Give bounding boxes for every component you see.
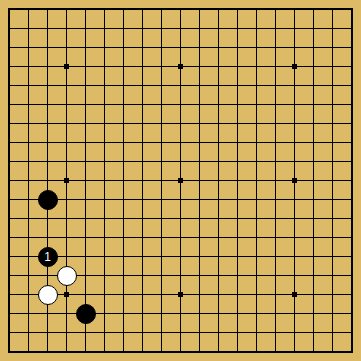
board-intersection[interactable]	[76, 95, 95, 114]
board-intersection[interactable]	[57, 0, 76, 19]
board-intersection[interactable]	[228, 285, 247, 304]
board-intersection[interactable]	[304, 342, 323, 361]
board-intersection[interactable]	[285, 38, 304, 57]
board-intersection[interactable]	[304, 76, 323, 95]
board-intersection[interactable]	[304, 323, 323, 342]
board-intersection[interactable]	[152, 247, 171, 266]
board-intersection[interactable]	[76, 152, 95, 171]
board-intersection[interactable]	[95, 38, 114, 57]
board-intersection[interactable]	[342, 285, 361, 304]
board-intersection[interactable]	[0, 76, 19, 95]
board-intersection[interactable]	[247, 76, 266, 95]
board-intersection[interactable]	[95, 76, 114, 95]
board-intersection[interactable]	[95, 342, 114, 361]
board-intersection[interactable]	[171, 342, 190, 361]
board-intersection[interactable]	[285, 0, 304, 19]
board-intersection[interactable]	[133, 95, 152, 114]
board-intersection[interactable]	[114, 190, 133, 209]
board-intersection[interactable]	[152, 133, 171, 152]
board-intersection[interactable]	[95, 19, 114, 38]
board-intersection[interactable]	[152, 95, 171, 114]
board-intersection[interactable]	[247, 152, 266, 171]
board-intersection[interactable]	[152, 57, 171, 76]
board-intersection[interactable]	[114, 95, 133, 114]
board-intersection[interactable]	[266, 0, 285, 19]
board-intersection[interactable]	[38, 114, 57, 133]
board-intersection[interactable]	[114, 285, 133, 304]
board-intersection[interactable]	[171, 19, 190, 38]
board-intersection[interactable]	[190, 323, 209, 342]
board-intersection[interactable]	[152, 228, 171, 247]
board-intersection[interactable]	[38, 304, 57, 323]
board-intersection[interactable]	[19, 228, 38, 247]
board-intersection[interactable]	[57, 95, 76, 114]
board-intersection[interactable]	[266, 76, 285, 95]
board-intersection[interactable]	[0, 0, 19, 19]
board-intersection[interactable]	[285, 266, 304, 285]
board-intersection[interactable]	[76, 171, 95, 190]
board-intersection[interactable]	[342, 266, 361, 285]
board-intersection[interactable]	[266, 152, 285, 171]
board-intersection[interactable]	[133, 38, 152, 57]
board-intersection[interactable]	[342, 247, 361, 266]
board-intersection[interactable]	[247, 228, 266, 247]
board-intersection[interactable]	[114, 247, 133, 266]
board-intersection[interactable]	[190, 0, 209, 19]
board-intersection[interactable]	[19, 285, 38, 304]
board-intersection[interactable]	[304, 304, 323, 323]
board-intersection[interactable]	[342, 152, 361, 171]
board-intersection[interactable]	[171, 152, 190, 171]
board-intersection[interactable]	[95, 152, 114, 171]
board-intersection[interactable]	[76, 228, 95, 247]
board-intersection[interactable]	[0, 171, 19, 190]
board-intersection[interactable]	[285, 114, 304, 133]
board-intersection[interactable]	[228, 323, 247, 342]
board-intersection[interactable]	[266, 323, 285, 342]
board-intersection[interactable]	[209, 247, 228, 266]
board-intersection[interactable]	[152, 0, 171, 19]
board-intersection[interactable]	[228, 228, 247, 247]
board-intersection[interactable]	[57, 76, 76, 95]
board-intersection[interactable]	[133, 0, 152, 19]
board-intersection[interactable]	[19, 57, 38, 76]
board-intersection[interactable]	[19, 209, 38, 228]
board-intersection[interactable]	[0, 57, 19, 76]
board-intersection[interactable]	[152, 342, 171, 361]
board-intersection[interactable]	[171, 304, 190, 323]
board-intersection[interactable]	[152, 38, 171, 57]
board-intersection[interactable]	[76, 323, 95, 342]
board-intersection[interactable]	[247, 19, 266, 38]
board-intersection[interactable]	[190, 76, 209, 95]
board-intersection[interactable]	[19, 152, 38, 171]
board-intersection[interactable]	[285, 133, 304, 152]
board-intersection[interactable]	[209, 133, 228, 152]
board-intersection[interactable]	[247, 38, 266, 57]
board-intersection[interactable]	[57, 247, 76, 266]
board-intersection[interactable]	[114, 19, 133, 38]
board-intersection[interactable]	[76, 266, 95, 285]
board-intersection[interactable]	[266, 95, 285, 114]
board-intersection[interactable]	[323, 209, 342, 228]
board-intersection[interactable]	[323, 0, 342, 19]
board-intersection[interactable]	[266, 133, 285, 152]
board-intersection[interactable]	[285, 19, 304, 38]
board-intersection[interactable]	[133, 209, 152, 228]
board-intersection[interactable]	[209, 114, 228, 133]
board-intersection[interactable]	[323, 114, 342, 133]
board-intersection[interactable]	[247, 323, 266, 342]
board-intersection[interactable]	[228, 247, 247, 266]
board-intersection[interactable]	[190, 133, 209, 152]
board-intersection[interactable]	[76, 114, 95, 133]
board-intersection[interactable]	[228, 76, 247, 95]
board-intersection[interactable]	[133, 323, 152, 342]
board-intersection[interactable]	[0, 114, 19, 133]
board-intersection[interactable]	[76, 0, 95, 19]
board-intersection[interactable]	[228, 209, 247, 228]
board-intersection[interactable]	[342, 323, 361, 342]
board-intersection[interactable]	[285, 228, 304, 247]
board-intersection[interactable]	[304, 57, 323, 76]
board-intersection[interactable]	[190, 19, 209, 38]
board-intersection[interactable]	[152, 209, 171, 228]
board-intersection[interactable]	[323, 285, 342, 304]
board-intersection[interactable]	[209, 19, 228, 38]
board-intersection[interactable]	[114, 304, 133, 323]
board-intersection[interactable]	[209, 171, 228, 190]
board-intersection[interactable]	[228, 38, 247, 57]
board-intersection[interactable]	[114, 0, 133, 19]
board-intersection[interactable]	[76, 133, 95, 152]
board-intersection[interactable]	[38, 342, 57, 361]
board-intersection[interactable]	[76, 76, 95, 95]
board-intersection[interactable]	[76, 38, 95, 57]
board-intersection[interactable]	[19, 190, 38, 209]
board-intersection[interactable]	[171, 76, 190, 95]
board-intersection[interactable]	[38, 38, 57, 57]
board-intersection[interactable]	[38, 19, 57, 38]
board-intersection[interactable]	[114, 114, 133, 133]
board-intersection[interactable]	[247, 209, 266, 228]
board-intersection[interactable]	[304, 190, 323, 209]
board-intersection[interactable]	[95, 323, 114, 342]
board-intersection[interactable]	[209, 304, 228, 323]
board-intersection[interactable]	[228, 0, 247, 19]
board-intersection[interactable]	[266, 57, 285, 76]
board-intersection[interactable]	[171, 323, 190, 342]
board-intersection[interactable]	[57, 342, 76, 361]
board-intersection[interactable]	[95, 209, 114, 228]
board-intersection[interactable]	[190, 38, 209, 57]
board-intersection[interactable]	[323, 171, 342, 190]
board-intersection[interactable]	[95, 171, 114, 190]
board-intersection[interactable]	[57, 133, 76, 152]
board-intersection[interactable]	[38, 133, 57, 152]
board-intersection[interactable]	[0, 285, 19, 304]
board-intersection[interactable]	[190, 95, 209, 114]
board-intersection[interactable]	[304, 209, 323, 228]
board-intersection[interactable]	[76, 57, 95, 76]
board-intersection[interactable]	[57, 38, 76, 57]
board-intersection[interactable]	[228, 133, 247, 152]
board-intersection[interactable]	[19, 19, 38, 38]
board-intersection[interactable]	[323, 190, 342, 209]
board-intersection[interactable]	[323, 57, 342, 76]
board-intersection[interactable]	[209, 0, 228, 19]
board-intersection[interactable]	[114, 171, 133, 190]
board-intersection[interactable]	[304, 0, 323, 19]
board-intersection[interactable]	[266, 304, 285, 323]
board-intersection[interactable]	[38, 0, 57, 19]
board-intersection[interactable]	[114, 342, 133, 361]
board-intersection[interactable]	[171, 114, 190, 133]
board-intersection[interactable]	[190, 228, 209, 247]
board-intersection[interactable]	[76, 285, 95, 304]
board-intersection[interactable]	[304, 38, 323, 57]
board-intersection[interactable]	[152, 323, 171, 342]
board-intersection[interactable]	[247, 190, 266, 209]
board-intersection[interactable]	[266, 19, 285, 38]
board-intersection[interactable]	[57, 19, 76, 38]
board-intersection[interactable]	[57, 323, 76, 342]
board-intersection[interactable]	[95, 114, 114, 133]
board-intersection[interactable]	[304, 114, 323, 133]
board-intersection[interactable]	[342, 209, 361, 228]
board-intersection[interactable]	[266, 38, 285, 57]
board-intersection[interactable]	[342, 228, 361, 247]
board-intersection[interactable]	[247, 266, 266, 285]
board-intersection[interactable]	[209, 285, 228, 304]
board-intersection[interactable]	[209, 76, 228, 95]
board-intersection[interactable]	[228, 19, 247, 38]
board-intersection[interactable]	[19, 133, 38, 152]
board-intersection[interactable]	[266, 171, 285, 190]
board-intersection[interactable]	[171, 38, 190, 57]
board-intersection[interactable]	[304, 266, 323, 285]
board-intersection[interactable]	[266, 342, 285, 361]
board-intersection[interactable]	[114, 76, 133, 95]
board-intersection[interactable]	[190, 247, 209, 266]
board-intersection[interactable]	[0, 304, 19, 323]
board-intersection[interactable]	[304, 95, 323, 114]
board-intersection[interactable]	[133, 19, 152, 38]
board-intersection[interactable]	[228, 304, 247, 323]
board-intersection[interactable]	[266, 114, 285, 133]
board-intersection[interactable]	[323, 228, 342, 247]
board-intersection[interactable]	[95, 285, 114, 304]
board-intersection[interactable]	[95, 190, 114, 209]
board-intersection[interactable]	[38, 171, 57, 190]
board-intersection[interactable]	[171, 0, 190, 19]
board-intersection[interactable]	[114, 228, 133, 247]
board-intersection[interactable]	[228, 342, 247, 361]
board-intersection[interactable]	[304, 247, 323, 266]
board-intersection[interactable]	[228, 190, 247, 209]
board-intersection[interactable]	[95, 95, 114, 114]
board-intersection[interactable]	[247, 304, 266, 323]
board-intersection[interactable]	[152, 190, 171, 209]
board-intersection[interactable]	[76, 19, 95, 38]
board-intersection[interactable]	[190, 342, 209, 361]
board-intersection[interactable]	[342, 95, 361, 114]
board-intersection[interactable]	[190, 114, 209, 133]
board-intersection[interactable]	[76, 209, 95, 228]
board-intersection[interactable]	[57, 114, 76, 133]
board-intersection[interactable]	[228, 266, 247, 285]
board-intersection[interactable]	[19, 171, 38, 190]
board-intersection[interactable]	[171, 247, 190, 266]
board-intersection[interactable]	[228, 171, 247, 190]
board-intersection[interactable]	[38, 76, 57, 95]
board-intersection[interactable]	[285, 342, 304, 361]
board-intersection[interactable]	[152, 285, 171, 304]
board-intersection[interactable]	[342, 114, 361, 133]
board-intersection[interactable]	[0, 190, 19, 209]
board-intersection[interactable]	[133, 247, 152, 266]
board-intersection[interactable]	[190, 304, 209, 323]
board-intersection[interactable]	[0, 38, 19, 57]
board-intersection[interactable]	[304, 133, 323, 152]
board-intersection[interactable]	[152, 171, 171, 190]
board-intersection[interactable]	[247, 114, 266, 133]
board-intersection[interactable]	[342, 0, 361, 19]
board-intersection[interactable]	[247, 171, 266, 190]
board-intersection[interactable]	[209, 38, 228, 57]
board-intersection[interactable]	[190, 57, 209, 76]
board-intersection[interactable]	[190, 266, 209, 285]
board-intersection[interactable]	[304, 152, 323, 171]
board-intersection[interactable]	[19, 342, 38, 361]
board-intersection[interactable]	[342, 19, 361, 38]
board-intersection[interactable]	[114, 209, 133, 228]
board-intersection[interactable]	[38, 228, 57, 247]
board-intersection[interactable]	[114, 323, 133, 342]
board-intersection[interactable]	[342, 171, 361, 190]
board-intersection[interactable]	[114, 133, 133, 152]
board-intersection[interactable]	[0, 266, 19, 285]
board-intersection[interactable]	[285, 304, 304, 323]
board-intersection[interactable]	[133, 171, 152, 190]
board-intersection[interactable]	[133, 285, 152, 304]
board-intersection[interactable]	[0, 133, 19, 152]
board-intersection[interactable]	[323, 342, 342, 361]
board-intersection[interactable]	[152, 19, 171, 38]
board-intersection[interactable]	[266, 285, 285, 304]
board-intersection[interactable]	[114, 152, 133, 171]
board-intersection[interactable]	[171, 95, 190, 114]
board-intersection[interactable]	[228, 152, 247, 171]
board-intersection[interactable]	[247, 285, 266, 304]
board-intersection[interactable]	[133, 266, 152, 285]
board-intersection[interactable]	[0, 247, 19, 266]
board-intersection[interactable]	[209, 152, 228, 171]
board-intersection[interactable]	[323, 323, 342, 342]
board-intersection[interactable]	[95, 0, 114, 19]
board-intersection[interactable]	[266, 228, 285, 247]
board-intersection[interactable]	[133, 342, 152, 361]
board-intersection[interactable]	[323, 133, 342, 152]
board-intersection[interactable]	[19, 0, 38, 19]
board-intersection[interactable]	[285, 190, 304, 209]
board-intersection[interactable]	[0, 19, 19, 38]
board-intersection[interactable]	[323, 266, 342, 285]
board-intersection[interactable]	[190, 285, 209, 304]
board-intersection[interactable]	[76, 247, 95, 266]
board-intersection[interactable]	[342, 190, 361, 209]
board-intersection[interactable]	[95, 228, 114, 247]
board-intersection[interactable]	[209, 95, 228, 114]
board-intersection[interactable]	[209, 323, 228, 342]
board-intersection[interactable]	[304, 285, 323, 304]
board-intersection[interactable]	[95, 247, 114, 266]
board-intersection[interactable]	[285, 323, 304, 342]
board-intersection[interactable]	[152, 114, 171, 133]
board-intersection[interactable]	[38, 152, 57, 171]
board-intersection[interactable]	[57, 304, 76, 323]
board-intersection[interactable]	[266, 247, 285, 266]
board-intersection[interactable]	[133, 133, 152, 152]
board-intersection[interactable]	[323, 76, 342, 95]
board-intersection[interactable]	[228, 95, 247, 114]
board-intersection[interactable]	[57, 228, 76, 247]
board-intersection[interactable]	[342, 38, 361, 57]
board-intersection[interactable]	[190, 209, 209, 228]
board-intersection[interactable]	[323, 152, 342, 171]
board-intersection[interactable]	[0, 152, 19, 171]
board-intersection[interactable]	[38, 57, 57, 76]
board-intersection[interactable]	[152, 266, 171, 285]
board-intersection[interactable]	[152, 304, 171, 323]
board-intersection[interactable]	[114, 266, 133, 285]
board-intersection[interactable]	[247, 57, 266, 76]
board-intersection[interactable]	[190, 152, 209, 171]
board-intersection[interactable]	[323, 247, 342, 266]
board-intersection[interactable]	[247, 95, 266, 114]
board-intersection[interactable]	[285, 209, 304, 228]
board-intersection[interactable]	[95, 266, 114, 285]
board-intersection[interactable]	[19, 76, 38, 95]
board-intersection[interactable]	[19, 114, 38, 133]
board-intersection[interactable]	[266, 190, 285, 209]
board-intersection[interactable]	[171, 228, 190, 247]
board-intersection[interactable]	[323, 19, 342, 38]
board-intersection[interactable]	[228, 57, 247, 76]
board-intersection[interactable]	[247, 133, 266, 152]
board-intersection[interactable]	[38, 209, 57, 228]
board-intersection[interactable]	[19, 304, 38, 323]
board-intersection[interactable]	[114, 38, 133, 57]
board-intersection[interactable]	[133, 152, 152, 171]
board-intersection[interactable]	[133, 76, 152, 95]
board-intersection[interactable]	[342, 57, 361, 76]
board-intersection[interactable]	[133, 304, 152, 323]
board-intersection[interactable]	[323, 38, 342, 57]
board-intersection[interactable]	[19, 38, 38, 57]
board-intersection[interactable]	[304, 171, 323, 190]
board-intersection[interactable]	[171, 133, 190, 152]
board-intersection[interactable]	[209, 228, 228, 247]
board-intersection[interactable]	[19, 247, 38, 266]
board-intersection[interactable]	[133, 190, 152, 209]
board-intersection[interactable]	[38, 323, 57, 342]
board-intersection[interactable]	[304, 19, 323, 38]
board-intersection[interactable]	[266, 266, 285, 285]
board-intersection[interactable]	[247, 247, 266, 266]
board-intersection[interactable]	[285, 247, 304, 266]
board-intersection[interactable]	[209, 266, 228, 285]
